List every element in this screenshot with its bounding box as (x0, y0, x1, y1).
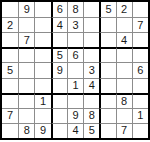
sudoku-cell-given[interactable]: 5 (51, 47, 67, 62)
sudoku-cell-empty[interactable] (99, 78, 115, 93)
sudoku-cell-empty[interactable] (51, 123, 67, 138)
sudoku-cell-empty[interactable] (132, 123, 148, 138)
sudoku-cell-empty[interactable] (34, 17, 50, 32)
sudoku-cell-given[interactable]: 7 (132, 17, 148, 32)
sudoku-cell-given[interactable]: 7 (18, 32, 34, 47)
sudoku-cell-given[interactable]: 7 (116, 123, 132, 138)
sudoku-cell-given[interactable]: 9 (34, 123, 50, 138)
sudoku-cell-empty[interactable] (116, 108, 132, 123)
sudoku-cell-empty[interactable] (116, 78, 132, 93)
sudoku-cell-given[interactable]: 9 (67, 108, 83, 123)
sudoku-cell-empty[interactable] (132, 93, 148, 108)
sudoku-cell-given[interactable]: 1 (132, 108, 148, 123)
sudoku-cell-given[interactable]: 9 (51, 62, 67, 77)
sudoku-cell-empty[interactable] (51, 32, 67, 47)
sudoku-cell-empty[interactable] (132, 2, 148, 17)
sudoku-cell-empty[interactable] (51, 108, 67, 123)
sudoku-cell-given[interactable]: 8 (18, 123, 34, 138)
sudoku-cell-empty[interactable] (2, 123, 18, 138)
sudoku-cell-given[interactable]: 6 (67, 47, 83, 62)
sudoku-cell-empty[interactable] (99, 17, 115, 32)
sudoku-cell-empty[interactable] (83, 17, 99, 32)
sudoku-cell-given[interactable]: 8 (116, 93, 132, 108)
sudoku-cell-empty[interactable] (132, 47, 148, 62)
sudoku-cell-empty[interactable] (83, 2, 99, 17)
sudoku-cell-empty[interactable] (2, 32, 18, 47)
sudoku-cell-given[interactable]: 8 (67, 2, 83, 17)
sudoku-cell-empty[interactable] (34, 47, 50, 62)
sudoku-cell-empty[interactable] (34, 108, 50, 123)
sudoku-cell-empty[interactable] (99, 62, 115, 77)
sudoku-cell-given[interactable]: 8 (83, 108, 99, 123)
sudoku-cell-empty[interactable] (18, 47, 34, 62)
sudoku-cell-empty[interactable] (51, 78, 67, 93)
sudoku-cell-empty[interactable] (99, 93, 115, 108)
sudoku-cell-given[interactable]: 2 (116, 2, 132, 17)
sudoku-cell-empty[interactable] (132, 78, 148, 93)
sudoku-cell-empty[interactable] (2, 93, 18, 108)
sudoku-cell-empty[interactable] (83, 32, 99, 47)
sudoku-cell-given[interactable]: 4 (67, 123, 83, 138)
sudoku-cell-given[interactable]: 3 (83, 62, 99, 77)
sudoku-cell-given[interactable]: 4 (116, 32, 132, 47)
sudoku-cell-empty[interactable] (83, 93, 99, 108)
sudoku-cell-empty[interactable] (2, 78, 18, 93)
sudoku-cell-given[interactable]: 4 (83, 78, 99, 93)
sudoku-cell-given[interactable]: 4 (51, 17, 67, 32)
sudoku-cell-empty[interactable] (18, 93, 34, 108)
sudoku-cell-given[interactable]: 6 (51, 2, 67, 17)
sudoku-cell-empty[interactable] (2, 47, 18, 62)
sudoku-cell-empty[interactable] (51, 93, 67, 108)
sudoku-cell-empty[interactable] (34, 32, 50, 47)
sudoku-cell-given[interactable]: 1 (34, 93, 50, 108)
sudoku-cell-given[interactable]: 5 (2, 62, 18, 77)
sudoku-cell-empty[interactable] (99, 123, 115, 138)
sudoku-cell-given[interactable]: 2 (2, 17, 18, 32)
sudoku-cell-given[interactable]: 7 (2, 108, 18, 123)
sudoku-cell-empty[interactable] (2, 2, 18, 17)
sudoku-cell-empty[interactable] (99, 32, 115, 47)
sudoku-cell-empty[interactable] (18, 17, 34, 32)
sudoku-cell-given[interactable]: 3 (67, 17, 83, 32)
sudoku-cell-empty[interactable] (67, 32, 83, 47)
sudoku-cell-given[interactable]: 6 (132, 62, 148, 77)
sudoku-cell-given[interactable]: 5 (83, 123, 99, 138)
sudoku-cell-empty[interactable] (116, 17, 132, 32)
sudoku-cell-empty[interactable] (99, 108, 115, 123)
sudoku-cell-empty[interactable] (116, 47, 132, 62)
sudoku-cell-empty[interactable] (132, 32, 148, 47)
sudoku-cell-empty[interactable] (18, 108, 34, 123)
sudoku-cell-empty[interactable] (83, 47, 99, 62)
sudoku-cell-empty[interactable] (18, 62, 34, 77)
sudoku-board: 968522437745659361418798189457 (0, 0, 150, 140)
sudoku-cell-given[interactable]: 5 (99, 2, 115, 17)
sudoku-cell-empty[interactable] (67, 62, 83, 77)
sudoku-cell-empty[interactable] (18, 78, 34, 93)
sudoku-cell-empty[interactable] (34, 2, 50, 17)
sudoku-cell-empty[interactable] (34, 78, 50, 93)
sudoku-cell-given[interactable]: 1 (67, 78, 83, 93)
sudoku-cell-given[interactable]: 9 (18, 2, 34, 17)
sudoku-cell-empty[interactable] (34, 62, 50, 77)
sudoku-cell-empty[interactable] (67, 93, 83, 108)
sudoku-cell-empty[interactable] (99, 47, 115, 62)
sudoku-cell-empty[interactable] (116, 62, 132, 77)
